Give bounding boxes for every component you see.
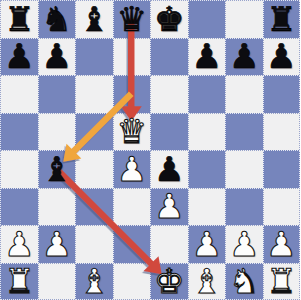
chess-board: ♜♞♝♛♚♜♟♟♟♟♟♛♝♟♟♟♟♟♟♟♟♜♝♚♝♞♜: [0, 0, 300, 300]
piece-g1-white-knight[interactable]: ♞: [229, 263, 259, 300]
square-a4[interactable]: [0, 150, 38, 188]
square-f1[interactable]: ♝: [188, 263, 226, 300]
square-d6[interactable]: [113, 75, 151, 113]
square-g1[interactable]: ♞: [225, 263, 263, 300]
piece-d8-black-queen[interactable]: ♛: [117, 1, 147, 39]
square-g3[interactable]: [225, 188, 263, 226]
square-e5[interactable]: [150, 113, 188, 151]
square-h2[interactable]: ♟: [263, 225, 301, 263]
square-d5[interactable]: ♛: [113, 113, 151, 151]
square-e3[interactable]: ♟: [150, 188, 188, 226]
piece-a7-black-pawn[interactable]: ♟: [4, 38, 34, 76]
piece-c1-white-bishop[interactable]: ♝: [79, 263, 109, 300]
piece-g7-black-pawn[interactable]: ♟: [229, 38, 259, 76]
square-b1[interactable]: [38, 263, 76, 300]
square-e2[interactable]: [150, 225, 188, 263]
piece-h8-black-rook[interactable]: ♜: [266, 1, 296, 39]
piece-c8-black-bishop[interactable]: ♝: [79, 1, 109, 39]
square-b3[interactable]: [38, 188, 76, 226]
square-d1[interactable]: [113, 263, 151, 300]
square-c4[interactable]: [75, 150, 113, 188]
piece-b8-black-knight[interactable]: ♞: [42, 1, 72, 39]
piece-d5-white-queen[interactable]: ♛: [117, 113, 147, 151]
piece-e1-white-king[interactable]: ♚: [154, 263, 184, 300]
piece-e8-black-king[interactable]: ♚: [154, 1, 184, 39]
square-f6[interactable]: [188, 75, 226, 113]
piece-b2-white-pawn[interactable]: ♟: [42, 226, 72, 264]
square-h6[interactable]: [263, 75, 301, 113]
square-e7[interactable]: [150, 38, 188, 76]
square-f7[interactable]: ♟: [188, 38, 226, 76]
square-c6[interactable]: [75, 75, 113, 113]
square-f3[interactable]: [188, 188, 226, 226]
square-f5[interactable]: [188, 113, 226, 151]
square-b6[interactable]: [38, 75, 76, 113]
square-g6[interactable]: [225, 75, 263, 113]
square-e6[interactable]: [150, 75, 188, 113]
square-a6[interactable]: [0, 75, 38, 113]
square-b4[interactable]: ♝: [38, 150, 76, 188]
square-b2[interactable]: ♟: [38, 225, 76, 263]
square-b5[interactable]: [38, 113, 76, 151]
square-c8[interactable]: ♝: [75, 0, 113, 38]
square-g4[interactable]: [225, 150, 263, 188]
square-h1[interactable]: ♜: [263, 263, 301, 300]
square-a1[interactable]: ♜: [0, 263, 38, 300]
square-c5[interactable]: [75, 113, 113, 151]
square-d7[interactable]: [113, 38, 151, 76]
square-g5[interactable]: [225, 113, 263, 151]
piece-f1-white-bishop[interactable]: ♝: [192, 263, 222, 300]
piece-h2-white-pawn[interactable]: ♟: [266, 226, 296, 264]
piece-b4-black-bishop[interactable]: ♝: [42, 151, 72, 189]
square-c7[interactable]: [75, 38, 113, 76]
square-a3[interactable]: [0, 188, 38, 226]
square-c2[interactable]: [75, 225, 113, 263]
square-g2[interactable]: ♟: [225, 225, 263, 263]
piece-e4-black-pawn[interactable]: ♟: [154, 151, 184, 189]
square-d8[interactable]: ♛: [113, 0, 151, 38]
square-f4[interactable]: [188, 150, 226, 188]
square-a5[interactable]: [0, 113, 38, 151]
square-h4[interactable]: [263, 150, 301, 188]
square-b7[interactable]: ♟: [38, 38, 76, 76]
square-g7[interactable]: ♟: [225, 38, 263, 76]
piece-g2-white-pawn[interactable]: ♟: [229, 226, 259, 264]
square-d2[interactable]: [113, 225, 151, 263]
square-d3[interactable]: [113, 188, 151, 226]
square-g8[interactable]: [225, 0, 263, 38]
piece-h7-black-pawn[interactable]: ♟: [266, 38, 296, 76]
square-e1[interactable]: ♚: [150, 263, 188, 300]
piece-d4-white-pawn[interactable]: ♟: [117, 151, 147, 189]
square-h7[interactable]: ♟: [263, 38, 301, 76]
square-a2[interactable]: ♟: [0, 225, 38, 263]
square-c1[interactable]: ♝: [75, 263, 113, 300]
piece-e3-white-pawn[interactable]: ♟: [154, 188, 184, 226]
square-b8[interactable]: ♞: [38, 0, 76, 38]
piece-f7-black-pawn[interactable]: ♟: [192, 38, 222, 76]
square-a8[interactable]: ♜: [0, 0, 38, 38]
square-h5[interactable]: [263, 113, 301, 151]
square-d4[interactable]: ♟: [113, 150, 151, 188]
piece-b7-black-pawn[interactable]: ♟: [42, 38, 72, 76]
square-a7[interactable]: ♟: [0, 38, 38, 76]
board-squares: ♜♞♝♛♚♜♟♟♟♟♟♛♝♟♟♟♟♟♟♟♟♜♝♚♝♞♜: [0, 0, 300, 300]
piece-a8-black-rook[interactable]: ♜: [4, 1, 34, 39]
square-e8[interactable]: ♚: [150, 0, 188, 38]
square-h3[interactable]: [263, 188, 301, 226]
square-f8[interactable]: [188, 0, 226, 38]
piece-a2-white-pawn[interactable]: ♟: [4, 226, 34, 264]
square-h8[interactable]: ♜: [263, 0, 301, 38]
square-f2[interactable]: ♟: [188, 225, 226, 263]
square-e4[interactable]: ♟: [150, 150, 188, 188]
piece-f2-white-pawn[interactable]: ♟: [192, 226, 222, 264]
piece-h1-white-rook[interactable]: ♜: [266, 263, 296, 300]
piece-a1-white-rook[interactable]: ♜: [4, 263, 34, 300]
square-c3[interactable]: [75, 188, 113, 226]
